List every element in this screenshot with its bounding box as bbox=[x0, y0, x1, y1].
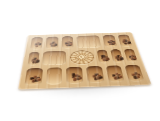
pit-0-1[interactable] bbox=[46, 37, 58, 50]
pit-1-0[interactable] bbox=[27, 51, 39, 66]
seed bbox=[118, 75, 122, 78]
pit-2-2[interactable] bbox=[66, 67, 83, 84]
pit-2-1[interactable] bbox=[46, 68, 62, 85]
center-medallion-cell bbox=[70, 50, 95, 65]
carved-rosette-medallion bbox=[70, 50, 95, 65]
seed bbox=[70, 43, 73, 45]
seed bbox=[105, 57, 109, 60]
seed bbox=[112, 42, 116, 44]
mancala-board bbox=[18, 32, 152, 89]
pit-2-3[interactable] bbox=[86, 66, 104, 83]
seed bbox=[78, 76, 82, 79]
pit-1-4[interactable] bbox=[110, 49, 123, 63]
pit-2-5[interactable] bbox=[125, 65, 145, 82]
seed bbox=[119, 57, 123, 60]
seed bbox=[72, 73, 76, 76]
pit-grid bbox=[24, 35, 144, 86]
store-pit-0-3[interactable] bbox=[76, 35, 101, 48]
seed bbox=[38, 43, 41, 45]
seed bbox=[36, 78, 40, 81]
pit-2-0[interactable] bbox=[24, 68, 42, 85]
seed bbox=[101, 54, 105, 57]
photo-background bbox=[0, 0, 160, 121]
seed bbox=[127, 41, 131, 43]
pit-2-4[interactable] bbox=[106, 66, 125, 83]
pit-0-4[interactable] bbox=[103, 35, 117, 47]
pit-row-0 bbox=[30, 35, 132, 50]
seed bbox=[54, 43, 57, 45]
pit-1-5[interactable] bbox=[124, 49, 138, 63]
pit-0-5[interactable] bbox=[117, 35, 132, 47]
seed bbox=[133, 56, 137, 59]
pit-1-3[interactable] bbox=[97, 49, 110, 63]
pit-row-2 bbox=[24, 65, 144, 86]
seed bbox=[36, 60, 40, 63]
store-pit-1-1[interactable] bbox=[43, 51, 67, 66]
pit-0-2[interactable] bbox=[61, 36, 73, 49]
seed bbox=[35, 45, 39, 47]
pit-row-1 bbox=[27, 49, 138, 67]
pit-0-0[interactable] bbox=[30, 37, 43, 50]
seed bbox=[98, 76, 102, 79]
